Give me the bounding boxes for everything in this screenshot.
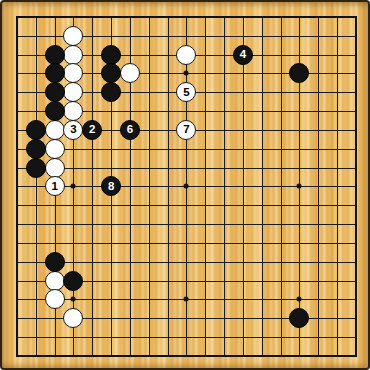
stone-black: [26, 120, 46, 140]
stone-black-move-6: 6: [120, 120, 140, 140]
board-grid: 13572468: [17, 17, 356, 356]
stone-black: [45, 252, 65, 272]
stone-black: [101, 63, 121, 83]
stone-black: [101, 45, 121, 65]
move-number: 5: [183, 87, 189, 99]
stone-white: [120, 63, 140, 83]
star-point: [297, 297, 302, 302]
stone-black: [45, 82, 65, 102]
stone-white: [45, 120, 65, 140]
stone-white-move-3: 3: [63, 120, 83, 140]
stone-black-move-4: 4: [233, 45, 253, 65]
stone-black: [289, 63, 309, 83]
stone-black: [45, 101, 65, 121]
star-point: [184, 297, 189, 302]
star-point: [71, 297, 76, 302]
stone-white: [63, 63, 83, 83]
move-number: 7: [183, 124, 189, 136]
stone-white: [176, 45, 196, 65]
star-point: [184, 71, 189, 76]
stone-black: [101, 82, 121, 102]
stone-white: [45, 271, 65, 291]
stone-white: [63, 26, 83, 46]
star-point: [71, 184, 76, 189]
move-number: 6: [127, 124, 133, 136]
go-board[interactable]: 13572468: [0, 0, 370, 370]
stone-white: [63, 45, 83, 65]
stone-black: [289, 308, 309, 328]
star-point: [184, 184, 189, 189]
stone-black: [63, 271, 83, 291]
stone-black: [45, 45, 65, 65]
stone-white-move-7: 7: [176, 120, 196, 140]
stone-white: [63, 82, 83, 102]
star-point: [297, 184, 302, 189]
stone-black: [26, 139, 46, 159]
stone-black: [45, 63, 65, 83]
stone-white: [63, 308, 83, 328]
stone-black-move-8: 8: [101, 176, 121, 196]
stone-white: [63, 101, 83, 121]
stone-white: [45, 289, 65, 309]
move-number: 4: [240, 49, 246, 61]
move-number: 3: [70, 124, 76, 136]
move-number: 2: [89, 124, 95, 136]
stone-white-move-1: 1: [45, 176, 65, 196]
move-number: 1: [51, 181, 57, 193]
stone-white: [45, 139, 65, 159]
stone-black-move-2: 2: [82, 120, 102, 140]
move-number: 8: [108, 181, 114, 193]
stone-white: [45, 158, 65, 178]
stone-white-move-5: 5: [176, 82, 196, 102]
stone-black: [26, 158, 46, 178]
